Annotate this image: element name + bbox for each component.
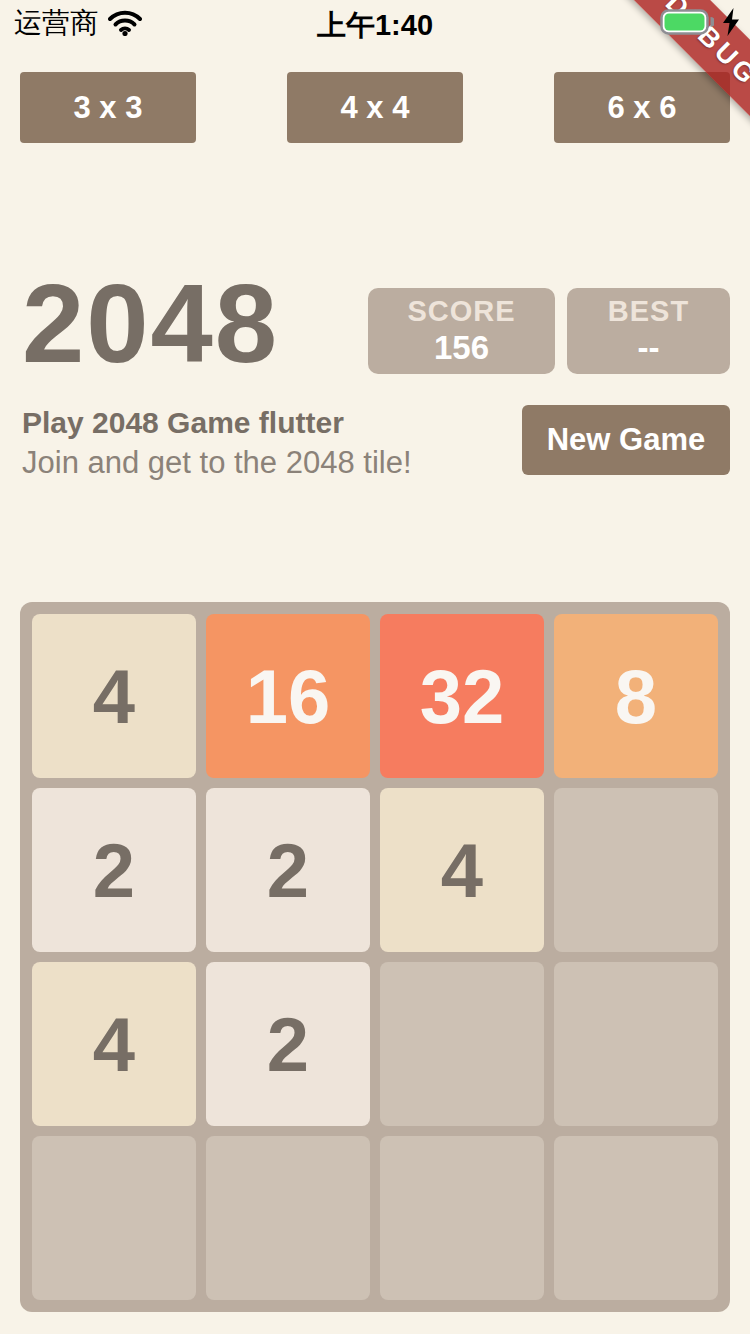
empty-cell [554,788,718,952]
score-box: SCORE 156 [368,288,555,374]
empty-cell [32,1136,196,1300]
tile-2: 2 [206,962,370,1126]
size-button-4x4[interactable]: 4 x 4 [287,72,463,143]
empty-cell [380,1136,544,1300]
best-box: BEST -- [567,288,730,374]
size-button-3x3[interactable]: 3 x 3 [20,72,196,143]
empty-cell [554,962,718,1126]
tile-4: 4 [32,962,196,1126]
intro-subline: Join and get to the 2048 tile! [22,445,492,481]
status-right [660,8,740,36]
size-button-6x6[interactable]: 6 x 6 [554,72,730,143]
tile-2: 2 [32,788,196,952]
tile-4: 4 [32,614,196,778]
status-bar: 运营商 上午1:40 [0,0,750,44]
best-value: -- [638,328,660,368]
tile-8: 8 [554,614,718,778]
intro-headline: Play 2048 Game flutter [22,406,492,441]
tile-4: 4 [380,788,544,952]
empty-cell [380,962,544,1126]
charging-bolt-icon [722,8,740,36]
battery-charging-icon [660,9,714,35]
clock: 上午1:40 [0,6,750,46]
game-title: 2048 [22,268,279,380]
best-label: BEST [608,296,689,328]
tile-16: 16 [206,614,370,778]
intro-text: Play 2048 Game flutter Join and get to t… [22,406,492,480]
app-screen: DEBUG 运营商 上午1:40 [0,0,750,1334]
score-boxes: SCORE 156 BEST -- [368,288,730,374]
board[interactable]: 41632822442 [20,602,730,1312]
new-game-button[interactable]: New Game [522,405,730,475]
empty-cell [206,1136,370,1300]
board-size-buttons: 3 x 3 4 x 4 6 x 6 [20,72,730,143]
tile-32: 32 [380,614,544,778]
score-label: SCORE [407,296,515,328]
empty-cell [554,1136,718,1300]
tile-2: 2 [206,788,370,952]
score-value: 156 [434,328,489,368]
